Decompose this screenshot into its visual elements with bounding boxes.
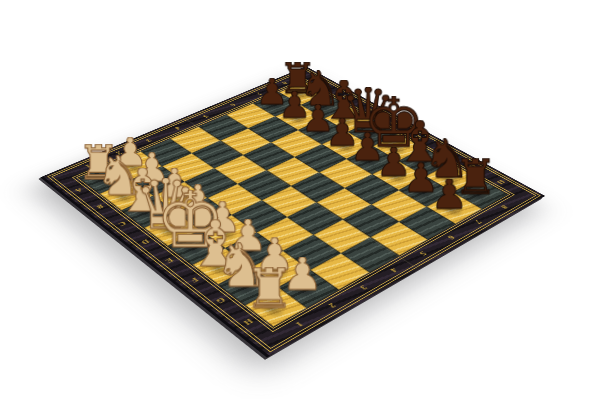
perspective-wrapper: ABCDEFGH ABCDEFGH 87654321 87654321 ♜♞♝♛… (0, 0, 600, 399)
square-d4 (238, 170, 291, 200)
white-rook-h1: ♜ (244, 267, 294, 310)
file-label-bottom-a: A (59, 180, 98, 199)
rank-label-left-6: 6 (218, 96, 248, 113)
chess-set-photo: ABCDEFGH ABCDEFGH 87654321 87654321 ♜♞♝♛… (0, 0, 600, 399)
black-pawn-h7: ♟ (431, 178, 468, 210)
rank-label-left-5: 5 (191, 107, 221, 124)
chess-board: ABCDEFGH ABCDEFGH 87654321 87654321 ♜♞♝♛… (43, 66, 545, 356)
board-grid: ♜♞♝♛♚♝♞♜♟♟♟♟♟♟♟♟♟♟♟♟♟♟♟♟♜♞♝♛♚♝♞♜ (79, 81, 508, 326)
